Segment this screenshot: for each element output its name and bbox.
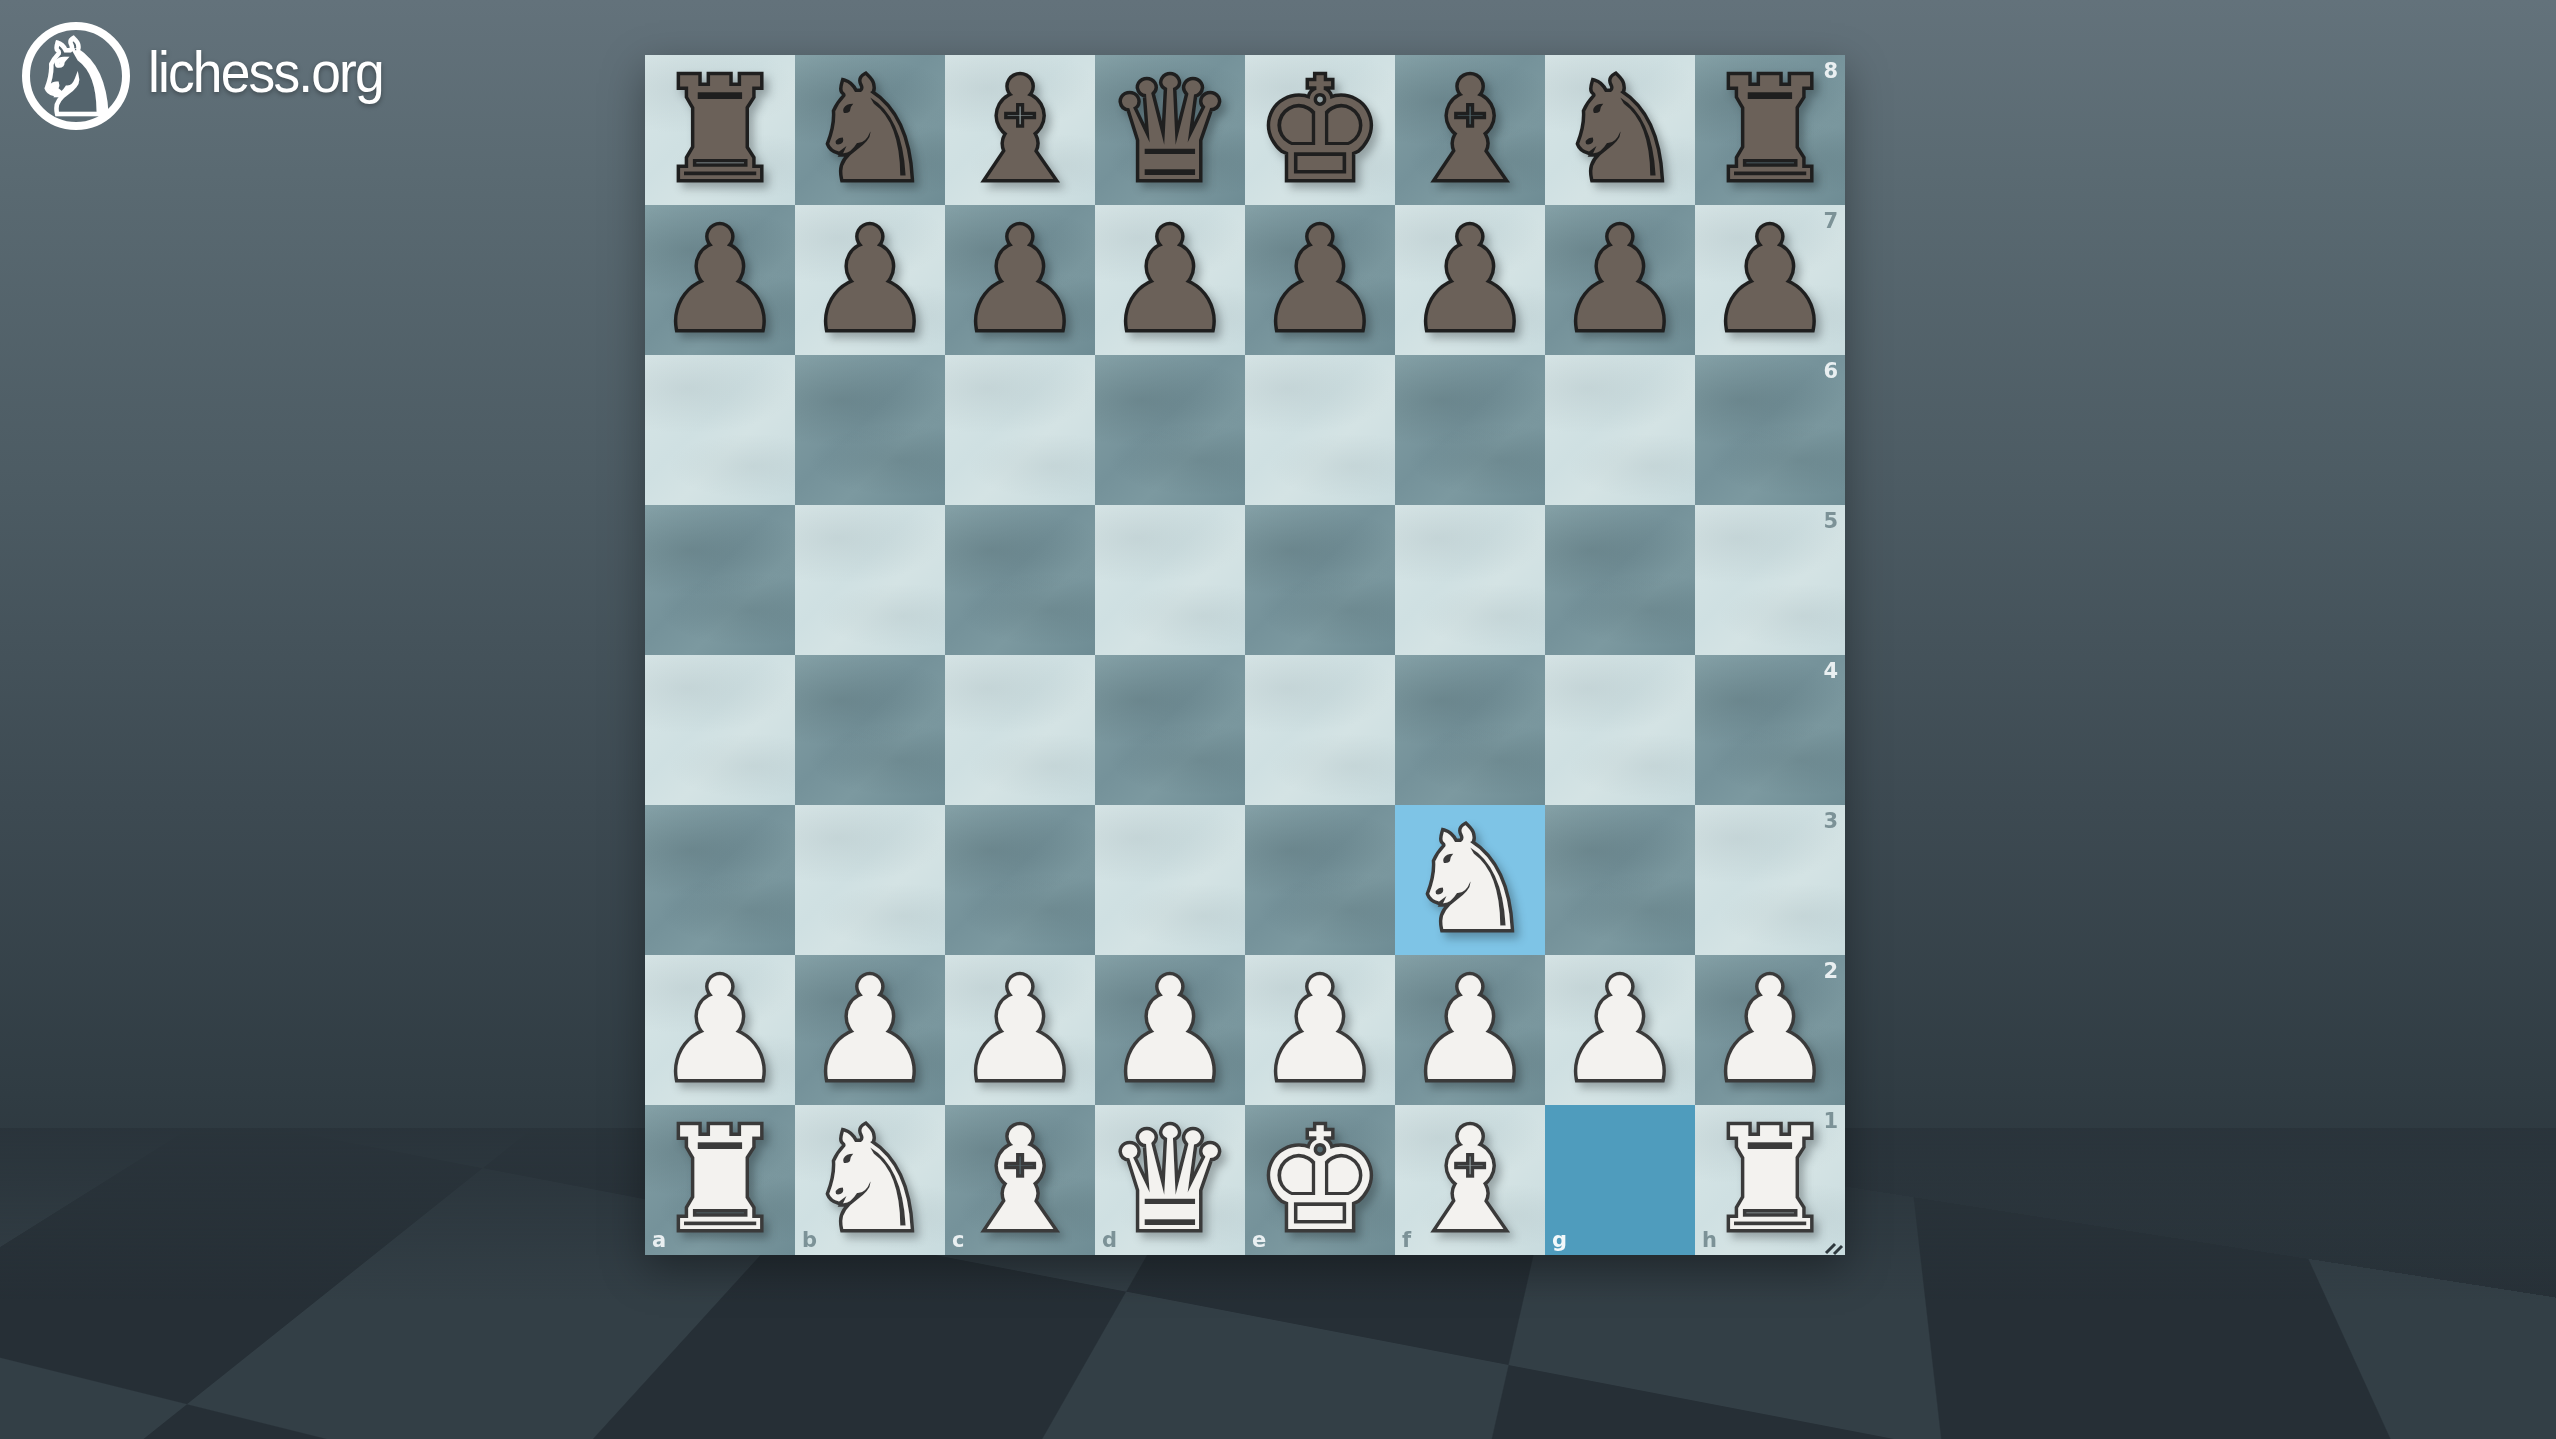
white-bishop-c1[interactable]: ♝	[945, 1105, 1095, 1255]
square-e3[interactable]	[1245, 805, 1395, 955]
black-pawn-e7[interactable]: ♟	[1245, 205, 1395, 355]
square-a7[interactable]: ♟	[645, 205, 795, 355]
square-b6[interactable]	[795, 355, 945, 505]
square-c4[interactable]	[945, 655, 1095, 805]
square-f7[interactable]: ♟	[1395, 205, 1545, 355]
square-e6[interactable]	[1245, 355, 1395, 505]
lichess-logo-link[interactable]: ♞ lichess.org	[16, 10, 403, 138]
square-c1[interactable]: c♝	[945, 1105, 1095, 1255]
square-c2[interactable]: ♟	[945, 955, 1095, 1105]
black-pawn-b7[interactable]: ♟	[795, 205, 945, 355]
square-e7[interactable]: ♟	[1245, 205, 1395, 355]
square-d2[interactable]: ♟	[1095, 955, 1245, 1105]
square-a3[interactable]	[645, 805, 795, 955]
white-pawn-b2[interactable]: ♟	[795, 955, 945, 1105]
file-label-g: g	[1552, 1228, 1567, 1252]
square-b2[interactable]: ♟	[795, 955, 945, 1105]
white-pawn-f2[interactable]: ♟	[1395, 955, 1545, 1105]
white-knight-b1[interactable]: ♞	[795, 1105, 945, 1255]
black-pawn-h7[interactable]: ♟	[1695, 205, 1845, 355]
white-pawn-d2[interactable]: ♟	[1095, 955, 1245, 1105]
black-pawn-d7[interactable]: ♟	[1095, 205, 1245, 355]
square-f4[interactable]	[1395, 655, 1545, 805]
white-queen-d1[interactable]: ♛	[1095, 1105, 1245, 1255]
square-e2[interactable]: ♟	[1245, 955, 1395, 1105]
square-b5[interactable]	[795, 505, 945, 655]
square-b4[interactable]	[795, 655, 945, 805]
square-a6[interactable]	[645, 355, 795, 505]
square-e4[interactable]	[1245, 655, 1395, 805]
rank-label-6: 6	[1823, 359, 1838, 383]
square-c7[interactable]: ♟	[945, 205, 1095, 355]
square-d1[interactable]: d♛	[1095, 1105, 1245, 1255]
square-h4[interactable]: 4	[1695, 655, 1845, 805]
square-d3[interactable]	[1095, 805, 1245, 955]
white-pawn-e2[interactable]: ♟	[1245, 955, 1395, 1105]
square-g6[interactable]	[1545, 355, 1695, 505]
white-pawn-a2[interactable]: ♟	[645, 955, 795, 1105]
square-f5[interactable]	[1395, 505, 1545, 655]
white-pawn-h2[interactable]: ♟	[1695, 955, 1845, 1105]
black-bishop-f8[interactable]: ♝	[1395, 55, 1545, 205]
square-b8[interactable]: ♞	[795, 55, 945, 205]
black-pawn-f7[interactable]: ♟	[1395, 205, 1545, 355]
square-b3[interactable]	[795, 805, 945, 955]
square-b7[interactable]: ♟	[795, 205, 945, 355]
black-king-e8[interactable]: ♚	[1245, 55, 1395, 205]
black-pawn-g7[interactable]: ♟	[1545, 205, 1695, 355]
square-a2[interactable]: ♟	[645, 955, 795, 1105]
black-knight-g8[interactable]: ♞	[1545, 55, 1695, 205]
square-a8[interactable]: ♜	[645, 55, 795, 205]
chess-board[interactable]: ♜♞♝♛♚♝♞8♜♟♟♟♟♟♟♟7♟654♞3♟♟♟♟♟♟♟2♟a♜b♞c♝d♛…	[645, 55, 1845, 1255]
white-bishop-f1[interactable]: ♝	[1395, 1105, 1545, 1255]
square-g7[interactable]: ♟	[1545, 205, 1695, 355]
rank-label-5: 5	[1823, 509, 1838, 533]
square-b1[interactable]: b♞	[795, 1105, 945, 1255]
white-rook-a1[interactable]: ♜	[645, 1105, 795, 1255]
board-resize-handle-icon[interactable]	[1822, 1233, 1846, 1257]
square-g8[interactable]: ♞	[1545, 55, 1695, 205]
square-g4[interactable]	[1545, 655, 1695, 805]
square-a5[interactable]	[645, 505, 795, 655]
square-e1[interactable]: e♚	[1245, 1105, 1395, 1255]
lichess-logo-text: lichess.org	[148, 38, 383, 105]
white-pawn-c2[interactable]: ♟	[945, 955, 1095, 1105]
square-c6[interactable]	[945, 355, 1095, 505]
black-rook-a8[interactable]: ♜	[645, 55, 795, 205]
square-a1[interactable]: a♜	[645, 1105, 795, 1255]
square-c8[interactable]: ♝	[945, 55, 1095, 205]
square-h8[interactable]: 8♜	[1695, 55, 1845, 205]
square-d5[interactable]	[1095, 505, 1245, 655]
white-pawn-g2[interactable]: ♟	[1545, 955, 1695, 1105]
white-king-e1[interactable]: ♚	[1245, 1105, 1395, 1255]
square-g1[interactable]: g	[1545, 1105, 1695, 1255]
black-pawn-a7[interactable]: ♟	[645, 205, 795, 355]
square-d4[interactable]	[1095, 655, 1245, 805]
square-c3[interactable]	[945, 805, 1095, 955]
square-d8[interactable]: ♛	[1095, 55, 1245, 205]
square-h6[interactable]: 6	[1695, 355, 1845, 505]
square-h2[interactable]: 2♟	[1695, 955, 1845, 1105]
black-queen-d8[interactable]: ♛	[1095, 55, 1245, 205]
square-d6[interactable]	[1095, 355, 1245, 505]
square-e8[interactable]: ♚	[1245, 55, 1395, 205]
square-g3[interactable]	[1545, 805, 1695, 955]
square-f1[interactable]: f♝	[1395, 1105, 1545, 1255]
black-pawn-c7[interactable]: ♟	[945, 205, 1095, 355]
square-d7[interactable]: ♟	[1095, 205, 1245, 355]
square-h7[interactable]: 7♟	[1695, 205, 1845, 355]
square-c5[interactable]	[945, 505, 1095, 655]
square-g2[interactable]: ♟	[1545, 955, 1695, 1105]
square-a4[interactable]	[645, 655, 795, 805]
square-h3[interactable]: 3	[1695, 805, 1845, 955]
rank-label-4: 4	[1823, 659, 1838, 683]
white-knight-f3[interactable]: ♞	[1395, 805, 1545, 955]
square-g5[interactable]	[1545, 505, 1695, 655]
rank-label-3: 3	[1823, 809, 1838, 833]
black-knight-b8[interactable]: ♞	[795, 55, 945, 205]
black-rook-h8[interactable]: ♜	[1695, 55, 1845, 205]
square-f3[interactable]: ♞	[1395, 805, 1545, 955]
black-bishop-c8[interactable]: ♝	[945, 55, 1095, 205]
svg-text:♞: ♞	[30, 17, 123, 138]
square-e5[interactable]	[1245, 505, 1395, 655]
square-f8[interactable]: ♝	[1395, 55, 1545, 205]
square-h5[interactable]: 5	[1695, 505, 1845, 655]
lichess-knight-logo-icon: ♞	[16, 10, 146, 138]
square-f2[interactable]: ♟	[1395, 955, 1545, 1105]
square-f6[interactable]	[1395, 355, 1545, 505]
